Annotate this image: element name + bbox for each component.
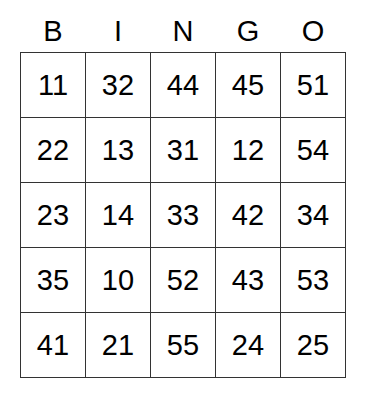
column-header-o: O xyxy=(302,17,325,46)
cell-r2c4[interactable]: 12 xyxy=(216,118,280,182)
cell-r3c5[interactable]: 34 xyxy=(281,183,345,247)
cell-r2c1[interactable]: 22 xyxy=(21,118,85,182)
column-header-n: N xyxy=(173,17,194,46)
column-header-g: G xyxy=(237,17,260,46)
cell-r4c5[interactable]: 53 xyxy=(281,248,345,312)
column-header-i: I xyxy=(114,17,122,46)
cell-r1c4[interactable]: 45 xyxy=(216,53,280,117)
cell-r3c4[interactable]: 42 xyxy=(216,183,280,247)
cell-r4c1[interactable]: 35 xyxy=(21,248,85,312)
bingo-grid: 11 32 44 45 51 22 13 31 12 54 23 14 33 4… xyxy=(20,52,346,378)
cell-r2c3[interactable]: 31 xyxy=(151,118,215,182)
cell-r1c1[interactable]: 11 xyxy=(21,53,85,117)
cell-r5c1[interactable]: 41 xyxy=(21,313,85,377)
cell-r5c3[interactable]: 55 xyxy=(151,313,215,377)
cell-r1c5[interactable]: 51 xyxy=(281,53,345,117)
cell-r5c4[interactable]: 24 xyxy=(216,313,280,377)
column-header-b: B xyxy=(43,17,62,46)
cell-r4c2[interactable]: 10 xyxy=(86,248,150,312)
cell-r1c3[interactable]: 44 xyxy=(151,53,215,117)
cell-r1c2[interactable]: 32 xyxy=(86,53,150,117)
cell-r4c4[interactable]: 43 xyxy=(216,248,280,312)
cell-r4c3[interactable]: 52 xyxy=(151,248,215,312)
bingo-header-row: B I N G O xyxy=(20,14,346,46)
cell-r2c2[interactable]: 13 xyxy=(86,118,150,182)
bingo-card: B I N G O 11 32 44 45 51 22 13 31 12 54 … xyxy=(0,0,368,378)
cell-r3c2[interactable]: 14 xyxy=(86,183,150,247)
cell-r5c5[interactable]: 25 xyxy=(281,313,345,377)
cell-r3c3[interactable]: 33 xyxy=(151,183,215,247)
cell-r5c2[interactable]: 21 xyxy=(86,313,150,377)
cell-r2c5[interactable]: 54 xyxy=(281,118,345,182)
cell-r3c1[interactable]: 23 xyxy=(21,183,85,247)
